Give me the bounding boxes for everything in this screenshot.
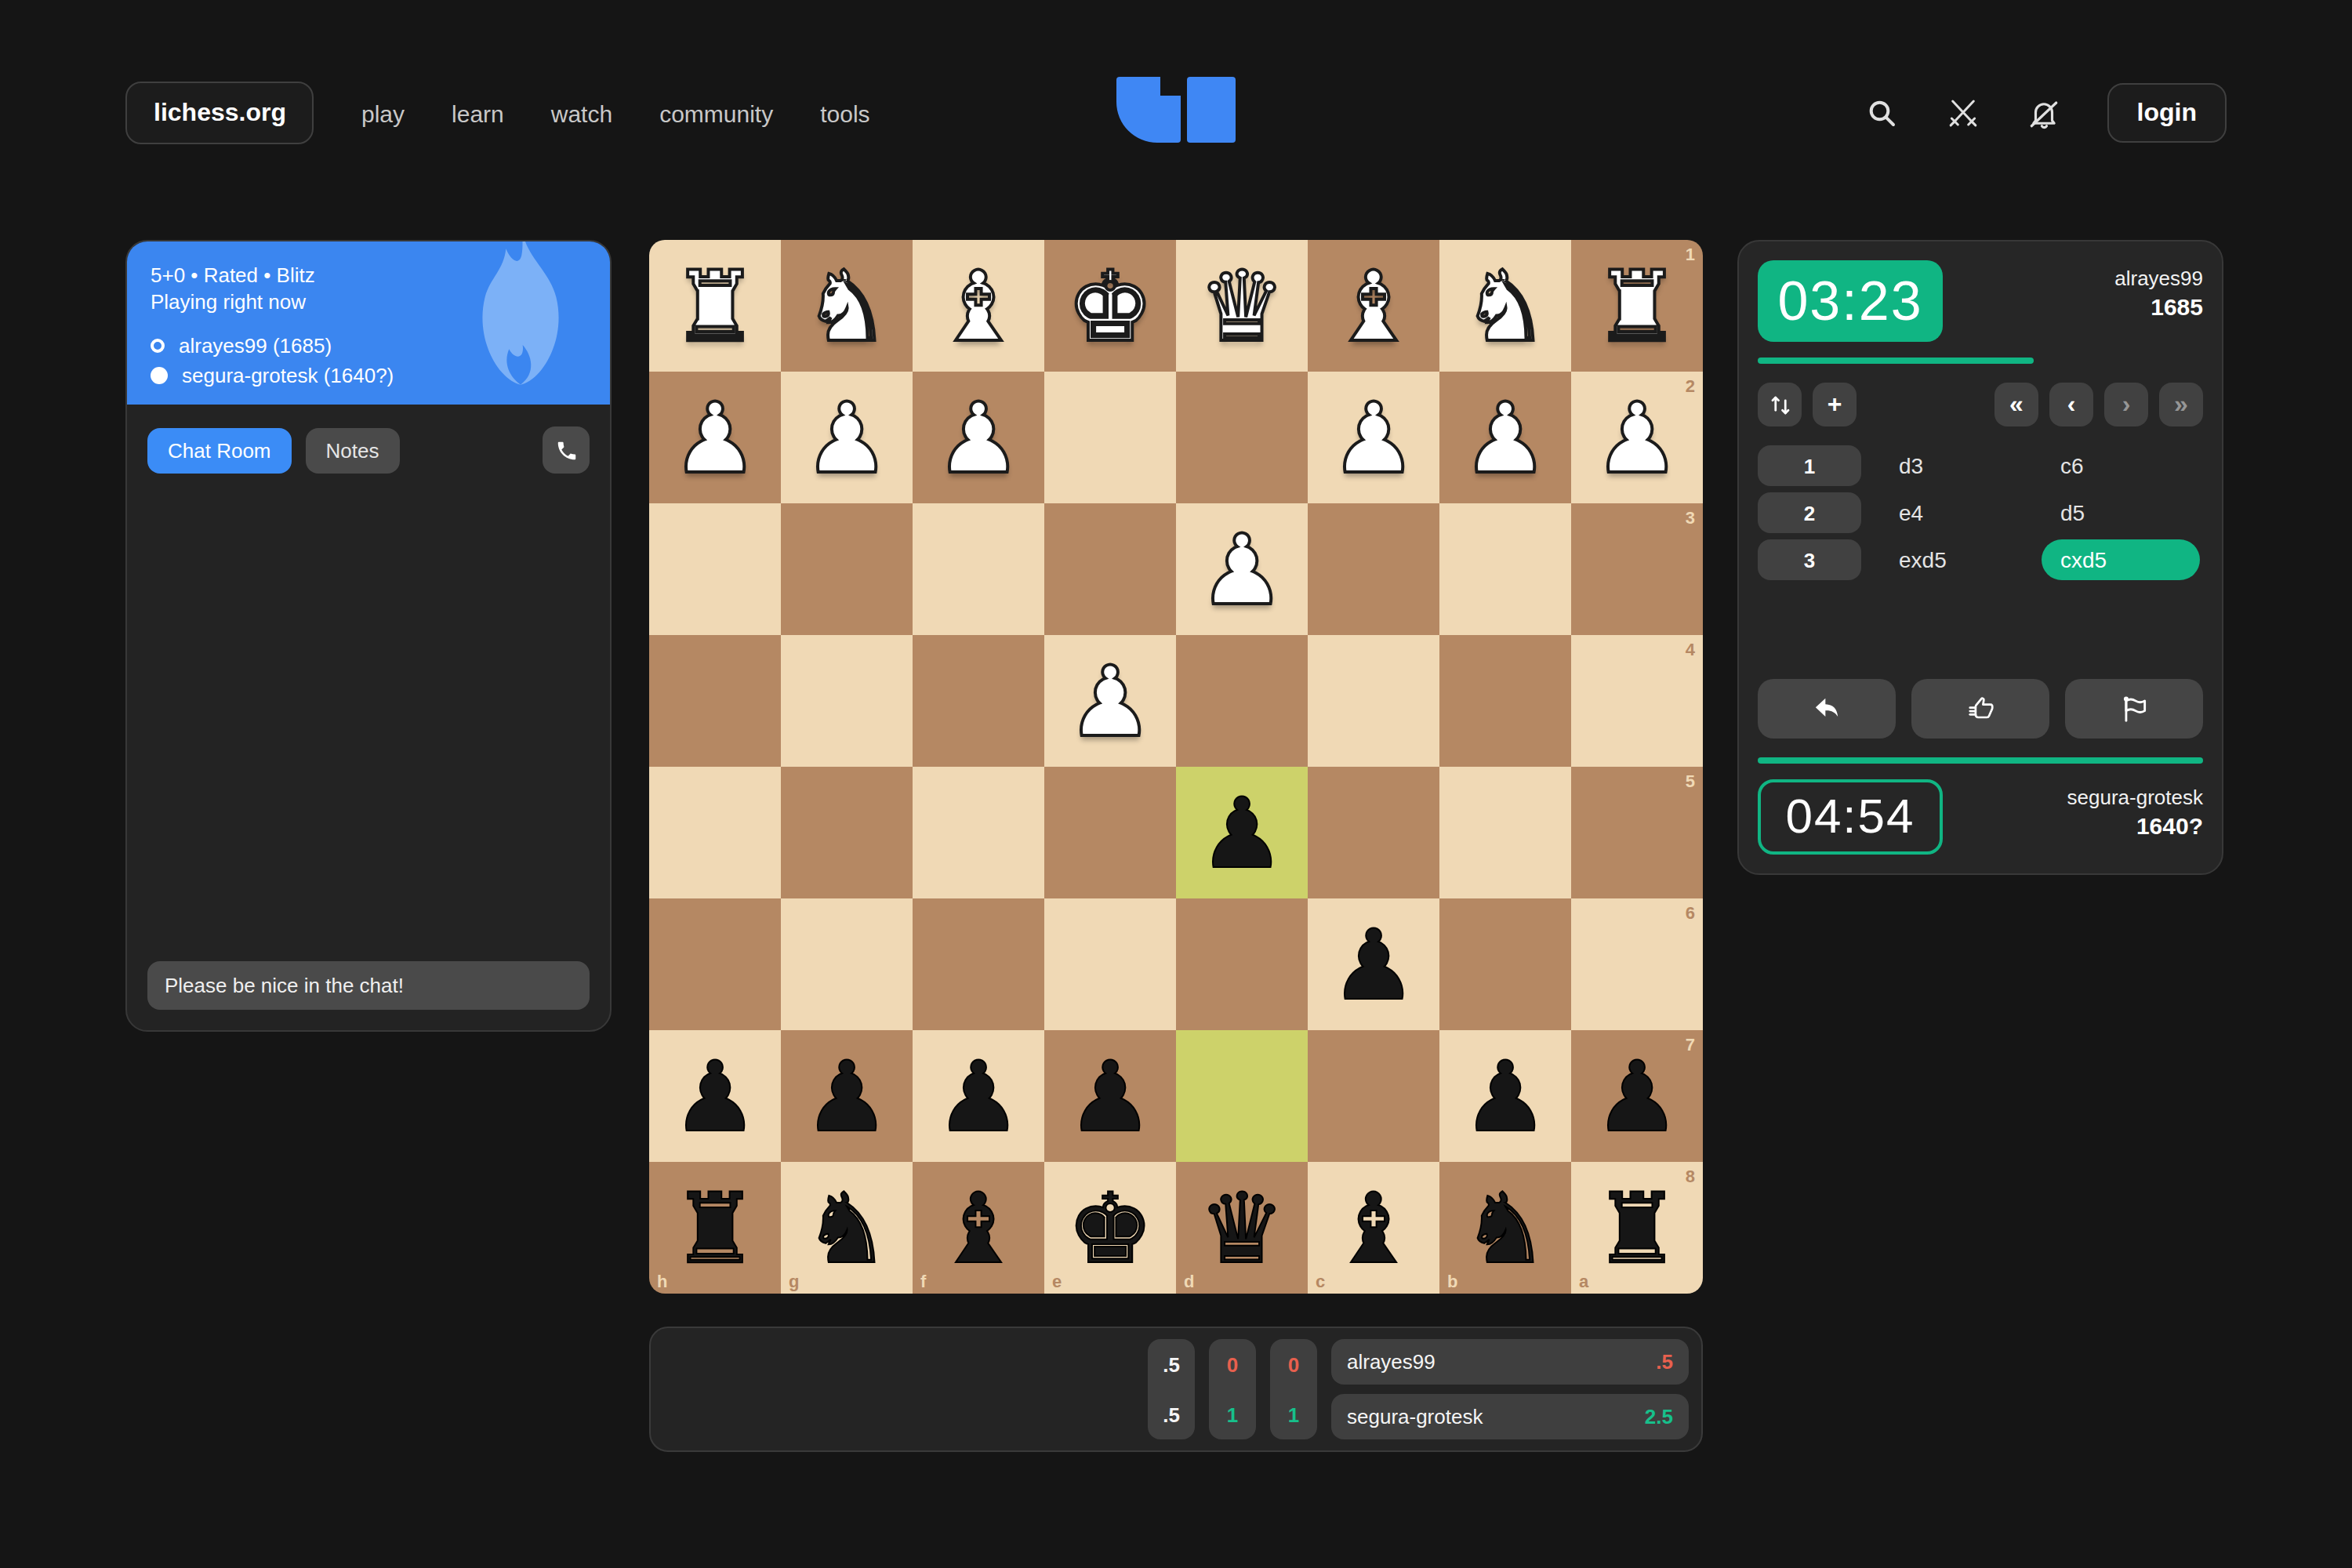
game2-black-score: 1 [1227, 1403, 1238, 1426]
black-knight[interactable]: ♞ [781, 1162, 913, 1294]
move-white-3[interactable]: exd5 [1880, 547, 2042, 572]
square-h5[interactable] [649, 767, 781, 898]
square-f3[interactable] [913, 503, 1044, 635]
last-move-button[interactable]: » [2159, 383, 2203, 426]
white-pawn[interactable]: ♟ [1571, 372, 1703, 503]
square-f7[interactable]: ♟ [913, 1030, 1044, 1162]
chat-panel: 5+0 • Rated • Blitz Playing right now al… [125, 240, 612, 1032]
top-player-clock: 03:23 [1758, 260, 1943, 342]
square-a3[interactable]: 3 [1571, 503, 1703, 635]
file-label-g: g [789, 1272, 799, 1290]
black-pawn[interactable]: ♟ [1571, 1030, 1703, 1162]
square-b5[interactable] [1439, 767, 1571, 898]
square-a8[interactable]: ♜8a [1571, 1162, 1703, 1294]
chat-tabs: Chat Room Notes [147, 426, 590, 474]
file-label-c: c [1316, 1272, 1325, 1290]
logo-right-shape [1187, 77, 1236, 143]
nav-item-watch[interactable]: watch [551, 100, 612, 126]
black-knight[interactable]: ♞ [1439, 1162, 1571, 1294]
square-f6[interactable] [913, 898, 1044, 1030]
square-g3[interactable] [781, 503, 913, 635]
nav-item-learn[interactable]: learn [452, 100, 504, 126]
white-pawn[interactable]: ♟ [1176, 503, 1308, 635]
white-player-label: alrayes99 (1685) [179, 331, 332, 361]
white-queen[interactable]: ♛ [1176, 240, 1308, 372]
white-rook[interactable]: ♜ [649, 240, 781, 372]
square-b4[interactable] [1439, 635, 1571, 767]
crosstable-game-3[interactable]: 0 1 [1270, 1339, 1317, 1439]
white-bishop[interactable]: ♝ [1308, 240, 1439, 372]
top-time-bar [1758, 358, 2034, 364]
top-player-name: alrayes99 [2114, 267, 2203, 290]
square-g8[interactable]: ♞g [781, 1162, 913, 1294]
square-b7[interactable]: ♟ [1439, 1030, 1571, 1162]
square-a4[interactable]: 4 [1571, 635, 1703, 767]
square-b2[interactable]: ♟ [1439, 372, 1571, 503]
square-g2[interactable]: ♟ [781, 372, 913, 503]
nav-item-tools[interactable]: tools [820, 100, 869, 126]
move-number: 3 [1758, 539, 1861, 580]
lichess-logo[interactable] [1116, 77, 1236, 143]
square-e6[interactable] [1044, 898, 1176, 1030]
top-player-rating: 1685 [2114, 293, 2203, 320]
square-c6[interactable]: ♟ [1308, 898, 1439, 1030]
crosstable-name-1: alrayes99 [1347, 1350, 1436, 1374]
square-d2[interactable] [1176, 372, 1308, 503]
white-pawn[interactable]: ♟ [649, 372, 781, 503]
crosstable-row-alrayes99[interactable]: alrayes99 .5 [1331, 1339, 1689, 1385]
black-pawn[interactable]: ♟ [1044, 1030, 1176, 1162]
white-pawn[interactable]: ♟ [781, 372, 913, 503]
rank-label-4: 4 [1686, 640, 1695, 659]
square-e2[interactable] [1044, 372, 1176, 503]
move-black-3-active[interactable]: cxd5 [2042, 539, 2200, 580]
rank-label-1: 1 [1686, 245, 1695, 263]
move-list: 1 d3 c6 2 e4 d5 3 exd5 cxd5 [1758, 442, 2203, 583]
bottom-player-clock: 04:54 [1758, 779, 1943, 855]
lichess-game-page: lichess.org play learn watch community t… [0, 0, 2352, 1568]
crosstable-total-1: .5 [1656, 1350, 1673, 1374]
move-row-3: 3 exd5 cxd5 [1758, 536, 2203, 583]
file-label-h: h [657, 1272, 667, 1290]
square-e1[interactable]: ♚ [1044, 240, 1176, 372]
tab-notes[interactable]: Notes [306, 427, 400, 473]
white-king[interactable]: ♚ [1044, 240, 1176, 372]
square-b6[interactable] [1439, 898, 1571, 1030]
square-a1[interactable]: ♜1 [1571, 240, 1703, 372]
white-player-row[interactable]: alrayes99 (1685) [151, 331, 586, 361]
move-black-2[interactable]: d5 [2042, 500, 2203, 525]
rank-label-8: 8 [1686, 1167, 1695, 1185]
black-pawn[interactable]: ♟ [1439, 1030, 1571, 1162]
file-label-d: d [1184, 1272, 1194, 1290]
white-knight[interactable]: ♞ [1439, 240, 1571, 372]
square-h1[interactable]: ♜ [649, 240, 781, 372]
black-bishop[interactable]: ♝ [1308, 1162, 1439, 1294]
search-icon[interactable] [1863, 94, 1900, 132]
crosstable-row-segura-grotesk[interactable]: segura-grotesk 2.5 [1331, 1394, 1689, 1439]
square-e8[interactable]: ♚e [1044, 1162, 1176, 1294]
game2-white-score: 0 [1227, 1352, 1238, 1376]
file-label-e: e [1052, 1272, 1062, 1290]
square-c4[interactable] [1308, 635, 1439, 767]
square-e5[interactable] [1044, 767, 1176, 898]
plus-icon[interactable]: + [1813, 383, 1857, 426]
square-h2[interactable]: ♟ [649, 372, 781, 503]
move-white-2[interactable]: e4 [1880, 500, 2042, 525]
white-knight[interactable]: ♞ [781, 240, 913, 372]
game3-white-score: 0 [1288, 1352, 1299, 1376]
move-row-1: 1 d3 c6 [1758, 442, 2203, 489]
square-g1[interactable]: ♞ [781, 240, 913, 372]
square-h4[interactable] [649, 635, 781, 767]
black-pawn[interactable]: ♟ [649, 1030, 781, 1162]
square-f5[interactable] [913, 767, 1044, 898]
crosstable: .5 .5 0 1 0 1 alrayes99 .5 segura-grotes… [649, 1327, 1703, 1452]
bottom-player-id[interactable]: segura-grotesk 1640? [2067, 779, 2203, 839]
top-navbar: lichess.org play learn watch community t… [0, 63, 2352, 163]
square-b8[interactable]: ♞b [1439, 1162, 1571, 1294]
square-h7[interactable]: ♟ [649, 1030, 781, 1162]
chess-board: ♜♞♝♚♛♝♞♜1♟♟♟♟♟♟2♟3♟4♟5♟6♟♟♟♟♟♟7♜h♞g♝f♚e♛… [649, 240, 1703, 1294]
file-label-f: f [920, 1272, 926, 1290]
black-queen[interactable]: ♛ [1176, 1162, 1308, 1294]
square-b3[interactable] [1439, 503, 1571, 635]
game1-white-score: .5 [1163, 1352, 1180, 1376]
square-c8[interactable]: ♝c [1308, 1162, 1439, 1294]
bottom-player-rating: 1640? [2067, 812, 2203, 839]
game-action-buttons [1758, 679, 2203, 739]
black-rook[interactable]: ♜ [649, 1162, 781, 1294]
rank-label-6: 6 [1686, 903, 1695, 922]
move-controls: + « ‹ › » [1758, 383, 2203, 426]
move-black-1[interactable]: c6 [2042, 453, 2203, 478]
black-player-row[interactable]: segura-grotesk (1640?) [151, 361, 586, 390]
game-meta-line1: 5+0 • Rated • Blitz [151, 262, 586, 289]
file-label-a: a [1579, 1272, 1588, 1290]
crosstable-total-2: 2.5 [1645, 1405, 1673, 1428]
square-g5[interactable] [781, 767, 913, 898]
square-a2[interactable]: ♟2 [1571, 372, 1703, 503]
square-h6[interactable] [649, 898, 781, 1030]
game1-black-score: .5 [1163, 1403, 1180, 1426]
square-c2[interactable]: ♟ [1308, 372, 1439, 503]
square-h3[interactable] [649, 503, 781, 635]
white-pawn[interactable]: ♟ [1439, 372, 1571, 503]
white-pawn[interactable]: ♟ [1308, 372, 1439, 503]
rank-label-7: 7 [1686, 1035, 1695, 1054]
nav-right-group: login [1863, 63, 2227, 163]
tab-chat-room[interactable]: Chat Room [147, 427, 292, 473]
square-f4[interactable] [913, 635, 1044, 767]
square-c5[interactable] [1308, 767, 1439, 898]
bottom-player-name: segura-grotesk [2067, 786, 2203, 809]
takeback-icon[interactable] [1758, 679, 1896, 739]
top-player-id[interactable]: alrayes99 1685 [2114, 260, 2203, 320]
move-row-2: 2 e4 d5 [1758, 489, 2203, 536]
black-color-icon [151, 367, 168, 384]
rank-label-3: 3 [1686, 508, 1695, 527]
game-side-panel: 03:23 alrayes99 1685 + « ‹ › [1737, 240, 2223, 875]
square-d8[interactable]: ♛d [1176, 1162, 1308, 1294]
square-f1[interactable]: ♝ [913, 240, 1044, 372]
logo-left-shape [1116, 77, 1181, 143]
prev-move-button[interactable]: ‹ [2049, 383, 2093, 426]
square-c1[interactable]: ♝ [1308, 240, 1439, 372]
white-pawn[interactable]: ♟ [913, 372, 1044, 503]
square-e3[interactable] [1044, 503, 1176, 635]
square-g7[interactable]: ♟ [781, 1030, 913, 1162]
rank-label-5: 5 [1686, 771, 1695, 790]
move-number: 2 [1758, 492, 1861, 533]
nav-item-community[interactable]: community [659, 100, 773, 126]
black-king[interactable]: ♚ [1044, 1162, 1176, 1294]
chat-notice: Please be nice in the chat! [147, 961, 590, 1010]
rank-label-2: 2 [1686, 376, 1695, 395]
resign-flag-icon[interactable] [2065, 679, 2203, 739]
game3-black-score: 1 [1288, 1403, 1299, 1426]
square-f8[interactable]: ♝f [913, 1162, 1044, 1294]
square-a7[interactable]: ♟7 [1571, 1030, 1703, 1162]
square-g4[interactable] [781, 635, 913, 767]
login-button[interactable]: login [2107, 83, 2227, 143]
square-a5[interactable]: 5 [1571, 767, 1703, 898]
flip-board-icon[interactable] [1758, 383, 1802, 426]
black-pawn[interactable]: ♟ [1176, 767, 1308, 898]
crosstable-game-1[interactable]: .5 .5 [1148, 1339, 1195, 1439]
black-bishop[interactable]: ♝ [913, 1162, 1044, 1294]
crosstable-name-2: segura-grotesk [1347, 1405, 1483, 1428]
square-c3[interactable] [1308, 503, 1439, 635]
black-pawn[interactable]: ♟ [781, 1030, 913, 1162]
move-number: 1 [1758, 445, 1861, 486]
bell-slash-icon[interactable] [2026, 94, 2063, 132]
bottom-time-bar [1758, 757, 2203, 764]
file-label-b: b [1447, 1272, 1457, 1290]
square-d6[interactable] [1176, 898, 1308, 1030]
phone-icon[interactable] [543, 426, 590, 474]
nav-item-play[interactable]: play [361, 100, 405, 126]
square-f2[interactable]: ♟ [913, 372, 1044, 503]
square-g6[interactable] [781, 898, 913, 1030]
square-b1[interactable]: ♞ [1439, 240, 1571, 372]
black-pawn[interactable]: ♟ [913, 1030, 1044, 1162]
square-d4[interactable] [1176, 635, 1308, 767]
draw-hand-icon[interactable] [1911, 679, 2049, 739]
square-d5[interactable]: ♟ [1176, 767, 1308, 898]
square-e7[interactable]: ♟ [1044, 1030, 1176, 1162]
crossed-swords-icon[interactable] [1944, 94, 1982, 132]
lichess-home-button[interactable]: lichess.org [125, 82, 314, 144]
white-pawn[interactable]: ♟ [1044, 635, 1176, 767]
square-d3[interactable]: ♟ [1176, 503, 1308, 635]
crosstable-game-2[interactable]: 0 1 [1209, 1339, 1256, 1439]
black-pawn[interactable]: ♟ [1308, 898, 1439, 1030]
square-h8[interactable]: ♜h [649, 1162, 781, 1294]
square-a6[interactable]: 6 [1571, 898, 1703, 1030]
black-player-label: segura-grotesk (1640?) [182, 361, 394, 390]
square-c7[interactable] [1308, 1030, 1439, 1162]
move-white-1[interactable]: d3 [1880, 453, 2042, 478]
square-e4[interactable]: ♟ [1044, 635, 1176, 767]
white-color-icon [151, 339, 165, 353]
game-meta-line2: Playing right now [151, 289, 586, 315]
square-d1[interactable]: ♛ [1176, 240, 1308, 372]
black-rook[interactable]: ♜ [1571, 1162, 1703, 1294]
nav-left-group: lichess.org play learn watch community t… [125, 63, 870, 163]
first-move-button[interactable]: « [1994, 383, 2038, 426]
white-bishop[interactable]: ♝ [913, 240, 1044, 372]
white-rook[interactable]: ♜ [1571, 240, 1703, 372]
next-move-button[interactable]: › [2104, 383, 2148, 426]
game-info-card: 5+0 • Rated • Blitz Playing right now al… [127, 241, 610, 405]
square-d7[interactable] [1176, 1030, 1308, 1162]
